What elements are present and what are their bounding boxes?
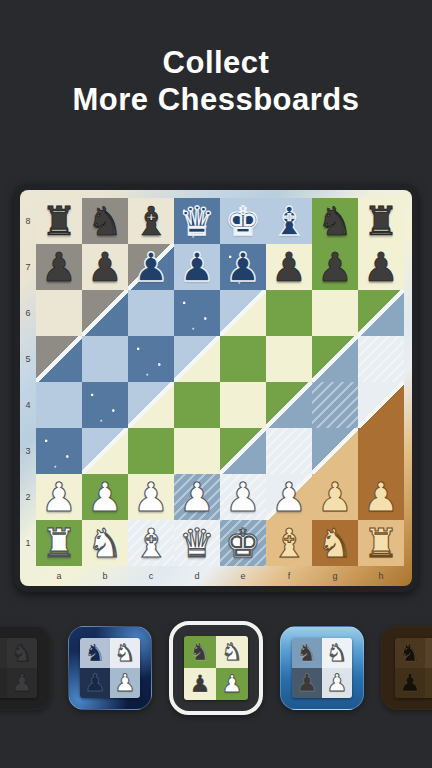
pawn-light-icon: ♟: [11, 671, 33, 695]
pawn-light-icon: ♟: [326, 671, 348, 695]
square-e2: ♟: [220, 474, 266, 520]
piece-c1: ♝: [133, 520, 169, 566]
rank-label-6: 6: [20, 290, 36, 336]
piece-c2: ♟: [133, 474, 169, 520]
square-g2: ♟: [312, 474, 358, 520]
thumb-square: ♟: [216, 668, 248, 700]
pawn-light-icon: ♟: [114, 671, 136, 695]
chessboard-grid: ♜♞♝♛♚♝♞♜♟♟♟♟♟♟♟♟♟♟♟♟♟♟♟♟♜♞♝♛♚♝♞♜: [36, 198, 404, 566]
page-title: Collect More Chessboards: [0, 44, 432, 118]
square-a8: ♜: [36, 198, 82, 244]
piece-e8: ♚: [225, 198, 261, 244]
file-labels: abcdefgh: [36, 567, 404, 585]
piece-b7: ♟: [87, 244, 123, 290]
piece-f2: ♟: [271, 474, 307, 520]
page-title-line2: More Chessboards: [0, 81, 432, 118]
square-h1: ♜: [358, 520, 404, 566]
file-label-c: c: [128, 567, 174, 585]
square-f1: ♝: [266, 520, 312, 566]
thumb-square: ♟: [184, 668, 216, 700]
theme-thumb-green[interactable]: ♞♞♟♟: [169, 621, 263, 715]
file-label-f: f: [266, 567, 312, 585]
square-f2: ♟: [266, 474, 312, 520]
square-b8: ♞: [82, 198, 128, 244]
thumb-square: ♟: [292, 668, 322, 698]
piece-d7: ♟: [179, 244, 215, 290]
theme-miniboard-wood: ♞♞♟♟: [395, 638, 432, 698]
square-a2: ♟: [36, 474, 82, 520]
square-a5: [36, 336, 82, 382]
thumb-square: ♟: [110, 668, 140, 698]
piece-b1: ♞: [87, 520, 123, 566]
rank-label-4: 4: [20, 382, 36, 428]
square-h5: [358, 336, 404, 382]
theme-miniboard-water: ♞♞♟♟: [292, 638, 352, 698]
pawn-dark-icon: ♟: [189, 672, 211, 696]
square-f3: [266, 428, 312, 474]
square-c5: [128, 336, 174, 382]
theme-miniboard-green: ♞♞♟♟: [184, 636, 248, 700]
file-label-d: d: [174, 567, 220, 585]
square-g5: [312, 336, 358, 382]
theme-miniboard-stone: ♞♞♟♟: [0, 638, 37, 698]
square-a4: [36, 382, 82, 428]
square-b2: ♟: [82, 474, 128, 520]
square-e1: ♚: [220, 520, 266, 566]
square-h2: ♟: [358, 474, 404, 520]
square-e5: [220, 336, 266, 382]
theme-thumb-stone[interactable]: ♞♞♟♟: [0, 626, 51, 710]
file-label-g: g: [312, 567, 358, 585]
square-d8: ♛: [174, 198, 220, 244]
app-screen: Collect More Chessboards 87654321 abcdef…: [0, 0, 432, 768]
piece-h8: ♜: [363, 198, 399, 244]
square-d7: ♟: [174, 244, 220, 290]
file-label-e: e: [220, 567, 266, 585]
thumb-square: ♞: [80, 638, 110, 668]
rank-labels: 87654321: [20, 198, 36, 566]
square-d1: ♛: [174, 520, 220, 566]
piece-g1: ♞: [317, 520, 353, 566]
theme-thumb-galaxy[interactable]: ♞♞♟♟: [68, 626, 152, 710]
piece-a8: ♜: [41, 198, 77, 244]
knight-light-icon: ♞: [11, 641, 33, 665]
square-g7: ♟: [312, 244, 358, 290]
knight-dark-icon: ♞: [189, 640, 211, 664]
square-b6: [82, 290, 128, 336]
theme-thumb-water[interactable]: ♞♞♟♟: [280, 626, 364, 710]
square-f7: ♟: [266, 244, 312, 290]
pawn-dark-icon: ♟: [296, 671, 318, 695]
piece-e2: ♟: [225, 474, 261, 520]
square-c3: [128, 428, 174, 474]
square-g4: [312, 382, 358, 428]
theme-thumb-wood[interactable]: ♞♞♟♟: [381, 626, 432, 710]
rank-label-8: 8: [20, 198, 36, 244]
piece-h1: ♜: [363, 520, 399, 566]
thumb-square: ♟: [7, 668, 37, 698]
piece-a7: ♟: [41, 244, 77, 290]
piece-f1: ♝: [271, 520, 307, 566]
square-h4: [358, 382, 404, 428]
knight-dark-icon: ♞: [0, 641, 3, 665]
knight-light-icon: ♞: [326, 641, 348, 665]
square-d6: [174, 290, 220, 336]
rank-label-1: 1: [20, 520, 36, 566]
square-e6: [220, 290, 266, 336]
square-h7: ♟: [358, 244, 404, 290]
knight-light-icon: ♞: [221, 640, 243, 664]
knight-dark-icon: ♞: [399, 641, 421, 665]
square-f8: ♝: [266, 198, 312, 244]
pawn-dark-icon: ♟: [84, 671, 106, 695]
piece-g8: ♞: [317, 198, 353, 244]
piece-e7: ♟: [225, 244, 261, 290]
piece-c8: ♝: [133, 198, 169, 244]
square-c6: [128, 290, 174, 336]
square-f6: [266, 290, 312, 336]
square-e7: ♟: [220, 244, 266, 290]
thumb-square: ♟: [0, 668, 7, 698]
pawn-dark-icon: ♟: [0, 671, 3, 695]
piece-f7: ♟: [271, 244, 307, 290]
square-e3: [220, 428, 266, 474]
thumb-square: ♞: [395, 638, 425, 668]
square-a3: [36, 428, 82, 474]
thumb-square: ♟: [395, 668, 425, 698]
piece-h7: ♟: [363, 244, 399, 290]
thumb-square: ♞: [7, 638, 37, 668]
thumb-square: ♞: [322, 638, 352, 668]
square-d4: [174, 382, 220, 428]
square-b4: [82, 382, 128, 428]
thumb-square: ♞: [292, 638, 322, 668]
square-b3: [82, 428, 128, 474]
piece-g7: ♟: [317, 244, 353, 290]
page-title-line1: Collect: [0, 44, 432, 81]
file-label-a: a: [36, 567, 82, 585]
square-g6: [312, 290, 358, 336]
piece-g2: ♟: [317, 474, 353, 520]
rank-label-2: 2: [20, 474, 36, 520]
thumb-square: ♞: [110, 638, 140, 668]
square-g1: ♞: [312, 520, 358, 566]
file-label-b: b: [82, 567, 128, 585]
chessboard-frame: 87654321 abcdefgh ♜♞♝♛♚♝♞♜♟♟♟♟♟♟♟♟♟♟♟♟♟♟…: [20, 190, 412, 586]
square-h3: [358, 428, 404, 474]
thumb-square: ♟: [322, 668, 352, 698]
square-b5: [82, 336, 128, 382]
square-c7: ♟: [128, 244, 174, 290]
theme-miniboard-galaxy: ♞♞♟♟: [80, 638, 140, 698]
square-a7: ♟: [36, 244, 82, 290]
piece-c7: ♟: [133, 244, 169, 290]
piece-e1: ♚: [225, 520, 261, 566]
piece-f8: ♝: [271, 198, 307, 244]
square-h8: ♜: [358, 198, 404, 244]
square-d3: [174, 428, 220, 474]
square-e4: [220, 382, 266, 428]
thumb-square: ♟: [80, 668, 110, 698]
square-c4: [128, 382, 174, 428]
thumb-square: ♟: [425, 668, 432, 698]
square-a6: [36, 290, 82, 336]
piece-d1: ♛: [179, 520, 215, 566]
theme-carousel: ♞♞♟♟♞♞♟♟♞♞♟♟♞♞♟♟♞♞♟♟: [0, 620, 432, 716]
square-c8: ♝: [128, 198, 174, 244]
square-g3: [312, 428, 358, 474]
piece-a2: ♟: [41, 474, 77, 520]
piece-d2: ♟: [179, 474, 215, 520]
thumb-square: ♞: [425, 638, 432, 668]
knight-dark-icon: ♞: [84, 641, 106, 665]
square-d2: ♟: [174, 474, 220, 520]
piece-h2: ♟: [363, 474, 399, 520]
piece-a1: ♜: [41, 520, 77, 566]
file-label-h: h: [358, 567, 404, 585]
thumb-square: ♞: [184, 636, 216, 668]
square-c2: ♟: [128, 474, 174, 520]
piece-b8: ♞: [87, 198, 123, 244]
piece-d8: ♛: [179, 198, 215, 244]
knight-light-icon: ♞: [114, 641, 136, 665]
rank-label-5: 5: [20, 336, 36, 382]
piece-b2: ♟: [87, 474, 123, 520]
square-b7: ♟: [82, 244, 128, 290]
rank-label-7: 7: [20, 244, 36, 290]
chessboard: 87654321 abcdefgh ♜♞♝♛♚♝♞♜♟♟♟♟♟♟♟♟♟♟♟♟♟♟…: [14, 184, 418, 592]
knight-dark-icon: ♞: [296, 641, 318, 665]
square-f5: [266, 336, 312, 382]
square-a1: ♜: [36, 520, 82, 566]
square-h6: [358, 290, 404, 336]
square-f4: [266, 382, 312, 428]
square-g8: ♞: [312, 198, 358, 244]
square-c1: ♝: [128, 520, 174, 566]
square-b1: ♞: [82, 520, 128, 566]
thumb-square: ♞: [0, 638, 7, 668]
thumb-square: ♞: [216, 636, 248, 668]
rank-label-3: 3: [20, 428, 36, 474]
pawn-light-icon: ♟: [221, 672, 243, 696]
square-e8: ♚: [220, 198, 266, 244]
pawn-dark-icon: ♟: [399, 671, 421, 695]
square-d5: [174, 336, 220, 382]
